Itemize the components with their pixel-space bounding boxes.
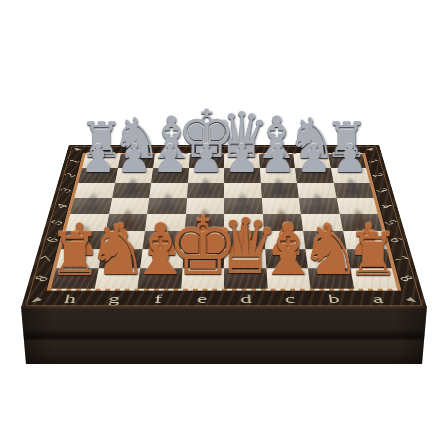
square-g5: ♟ <box>105 214 147 231</box>
square-g2 <box>115 168 153 182</box>
square-f7 <box>140 249 183 268</box>
square-d6: ♟ <box>224 231 265 249</box>
chessboard-top: ♟♟♟♟♟♟♟♟♟♟♟♟♟♟♟♟ hgfedcba 12345678 12345… <box>21 145 427 308</box>
square-c6 <box>264 231 306 249</box>
square-b7 <box>305 249 349 268</box>
square-g3: ♟ <box>112 183 151 198</box>
square-g1 <box>118 154 155 168</box>
square-d5 <box>224 214 264 231</box>
chess-set-product-photo: ♟♟♟♟♟♟♟♟♟♟♟♟♟♟♟♟ hgfedcba 12345678 12345… <box>0 0 448 448</box>
square-e4 <box>186 198 224 214</box>
file-label-e: e <box>180 292 224 306</box>
square-e7 <box>182 249 224 268</box>
square-f5 <box>145 214 186 231</box>
square-c1 <box>259 154 295 168</box>
square-d2 <box>224 168 260 182</box>
square-e1 <box>189 154 224 168</box>
file-label-b: b <box>311 292 357 306</box>
square-e5: ♟ <box>184 214 224 231</box>
file-label-h: h <box>46 292 93 306</box>
square-b4: ♟ <box>299 198 340 214</box>
file-label-f: f <box>135 292 180 306</box>
file-labels-near-edge: hgfedcba <box>46 292 401 306</box>
file-label-d: d <box>224 292 268 306</box>
square-c4 <box>261 198 300 214</box>
square-g4 <box>109 198 150 214</box>
square-d1 <box>224 154 259 168</box>
board-squares-grid: ♟♟♟♟♟♟♟♟♟♟♟♟♟♟♟♟ <box>51 154 397 288</box>
square-e8 <box>181 268 224 288</box>
square-g6 <box>102 231 145 249</box>
square-c2 <box>259 168 296 182</box>
square-e2 <box>188 168 224 182</box>
square-b5 <box>301 214 343 231</box>
square-d7 <box>224 249 266 268</box>
square-c5: ♟ <box>262 214 303 231</box>
square-b1 <box>293 154 330 168</box>
square-b2 <box>295 168 333 182</box>
square-b6: ♟ <box>303 231 346 249</box>
square-e6 <box>183 231 224 249</box>
square-d4: ♟ <box>224 198 262 214</box>
square-b3 <box>297 183 336 198</box>
square-f1 <box>153 154 189 168</box>
square-f8 <box>138 268 183 288</box>
wooden-box-front <box>21 306 427 364</box>
square-g7 <box>98 249 142 268</box>
square-d8 <box>224 268 267 288</box>
square-f2 <box>151 168 188 182</box>
square-f4: ♟ <box>147 198 186 214</box>
file-label-g: g <box>91 292 137 306</box>
square-c8 <box>266 268 311 288</box>
file-label-a: a <box>354 292 401 306</box>
square-f6: ♟ <box>143 231 185 249</box>
square-g8 <box>94 268 140 288</box>
square-e3: ♟ <box>187 183 224 198</box>
square-c3: ♟ <box>260 183 298 198</box>
square-c7 <box>265 249 308 268</box>
square-f3 <box>149 183 187 198</box>
square-d3 <box>224 183 261 198</box>
square-b8 <box>308 268 354 288</box>
file-label-c: c <box>267 292 312 306</box>
